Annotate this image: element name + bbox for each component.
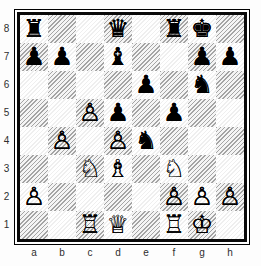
white-king-g1: ♔ (191, 211, 213, 239)
white-pawn-h2: ♙ (219, 183, 241, 211)
square-b5[interactable] (48, 99, 76, 127)
square-c8[interactable] (76, 15, 104, 43)
rank-labels: 87654321 (0, 15, 13, 239)
black-pawn-h7: ♟ (219, 43, 241, 71)
file-labels: abcdefgh (20, 246, 244, 260)
file-label-h: h (216, 246, 244, 260)
black-pawn-b7: ♟ (51, 43, 73, 71)
rank-label-1: 1 (0, 211, 13, 239)
rank-label-7: 7 (0, 43, 13, 71)
white-knight-f3: ♘ (163, 155, 185, 183)
square-g2[interactable]: ♙ (188, 183, 216, 211)
square-f5[interactable]: ♟ (160, 99, 188, 127)
square-c7[interactable] (76, 43, 104, 71)
file-label-b: b (48, 246, 76, 260)
square-c6[interactable] (76, 71, 104, 99)
rank-label-8: 8 (0, 15, 13, 43)
black-queen-d8: ♛ (107, 15, 129, 43)
black-pawn-g7: ♟ (191, 43, 213, 71)
square-h3[interactable] (216, 155, 244, 183)
square-f4[interactable] (160, 127, 188, 155)
black-pawn-d5: ♟ (107, 99, 129, 127)
square-g7[interactable]: ♟ (188, 43, 216, 71)
black-pawn-f5: ♟ (163, 99, 185, 127)
square-c4[interactable] (76, 127, 104, 155)
black-bishop-d7: ♝ (107, 43, 129, 71)
rank-label-5: 5 (0, 99, 13, 127)
square-h8[interactable] (216, 15, 244, 43)
black-knight-g6: ♞ (191, 71, 213, 99)
square-b8[interactable] (48, 15, 76, 43)
square-d8[interactable]: ♛ (104, 15, 132, 43)
white-pawn-a2: ♙ (23, 183, 45, 211)
board-frame: ♜♛♜♚♟♟♝♟♟♟♞♙♟♟♙♙♞♘♗♘♙♙♙♙♖♕♖♔ (14, 9, 250, 245)
file-label-c: c (76, 246, 104, 260)
board-frame-inner: ♜♛♜♚♟♟♝♟♟♟♞♙♟♟♙♙♞♘♗♘♙♙♙♙♖♕♖♔ (17, 12, 247, 242)
square-e5[interactable] (132, 99, 160, 127)
square-f6[interactable] (160, 71, 188, 99)
square-d6[interactable] (104, 71, 132, 99)
black-king-g8: ♚ (191, 15, 213, 43)
square-h7[interactable]: ♟ (216, 43, 244, 71)
white-bishop-d3: ♗ (107, 155, 129, 183)
square-a5[interactable] (20, 99, 48, 127)
square-d1[interactable]: ♕ (104, 211, 132, 239)
square-g1[interactable]: ♔ (188, 211, 216, 239)
black-rook-f8: ♜ (163, 15, 185, 43)
file-label-e: e (132, 246, 160, 260)
square-g8[interactable]: ♚ (188, 15, 216, 43)
square-g6[interactable]: ♞ (188, 71, 216, 99)
square-a1[interactable] (20, 211, 48, 239)
square-h2[interactable]: ♙ (216, 183, 244, 211)
rank-label-4: 4 (0, 127, 13, 155)
square-a4[interactable] (20, 127, 48, 155)
square-c3[interactable]: ♘ (76, 155, 104, 183)
square-d3[interactable]: ♗ (104, 155, 132, 183)
black-rook-a8: ♜ (23, 15, 45, 43)
square-f8[interactable]: ♜ (160, 15, 188, 43)
square-g3[interactable] (188, 155, 216, 183)
rank-label-3: 3 (0, 155, 13, 183)
square-b2[interactable] (48, 183, 76, 211)
square-h1[interactable] (216, 211, 244, 239)
square-g4[interactable] (188, 127, 216, 155)
square-a3[interactable] (20, 155, 48, 183)
square-d7[interactable]: ♝ (104, 43, 132, 71)
white-pawn-b4: ♙ (51, 127, 73, 155)
white-pawn-c5: ♙ (79, 99, 101, 127)
black-pawn-a7: ♟ (23, 43, 45, 71)
square-b4[interactable]: ♙ (48, 127, 76, 155)
square-e2[interactable] (132, 183, 160, 211)
square-c2[interactable] (76, 183, 104, 211)
chess-diagram: 87654321 ♜♛♜♚♟♟♝♟♟♟♞♙♟♟♙♙♞♘♗♘♙♙♙♙♖♕♖♔ ab… (0, 0, 261, 266)
square-d2[interactable] (104, 183, 132, 211)
square-d4[interactable]: ♙ (104, 127, 132, 155)
white-rook-c1: ♖ (79, 211, 101, 239)
square-a2[interactable]: ♙ (20, 183, 48, 211)
square-b1[interactable] (48, 211, 76, 239)
file-label-a: a (20, 246, 48, 260)
square-c1[interactable]: ♖ (76, 211, 104, 239)
board: ♜♛♜♚♟♟♝♟♟♟♞♙♟♟♙♙♞♘♗♘♙♙♙♙♖♕♖♔ (20, 15, 244, 239)
square-h4[interactable] (216, 127, 244, 155)
square-h5[interactable] (216, 99, 244, 127)
square-g5[interactable] (188, 99, 216, 127)
square-a8[interactable]: ♜ (20, 15, 48, 43)
white-rook-f1: ♖ (163, 211, 185, 239)
white-pawn-g2: ♙ (191, 183, 213, 211)
rank-label-2: 2 (0, 183, 13, 211)
square-e6[interactable]: ♟ (132, 71, 160, 99)
white-queen-d1: ♕ (107, 211, 129, 239)
square-f3[interactable]: ♘ (160, 155, 188, 183)
square-e7[interactable] (132, 43, 160, 71)
square-e1[interactable] (132, 211, 160, 239)
file-label-d: d (104, 246, 132, 260)
square-b3[interactable] (48, 155, 76, 183)
square-b7[interactable]: ♟ (48, 43, 76, 71)
rank-label-6: 6 (0, 71, 13, 99)
square-e3[interactable] (132, 155, 160, 183)
square-e4[interactable]: ♞ (132, 127, 160, 155)
square-c5[interactable]: ♙ (76, 99, 104, 127)
square-h6[interactable] (216, 71, 244, 99)
square-e8[interactable] (132, 15, 160, 43)
black-knight-e4: ♞ (135, 127, 157, 155)
square-a6[interactable] (20, 71, 48, 99)
white-knight-c3: ♘ (79, 155, 101, 183)
square-f7[interactable] (160, 43, 188, 71)
square-f2[interactable]: ♙ (160, 183, 188, 211)
square-d5[interactable]: ♟ (104, 99, 132, 127)
black-pawn-e6: ♟ (135, 71, 157, 99)
square-b6[interactable] (48, 71, 76, 99)
square-a7[interactable]: ♟ (20, 43, 48, 71)
white-pawn-f2: ♙ (163, 183, 185, 211)
white-pawn-d4: ♙ (107, 127, 129, 155)
file-label-f: f (160, 246, 188, 260)
square-f1[interactable]: ♖ (160, 211, 188, 239)
file-label-g: g (188, 246, 216, 260)
